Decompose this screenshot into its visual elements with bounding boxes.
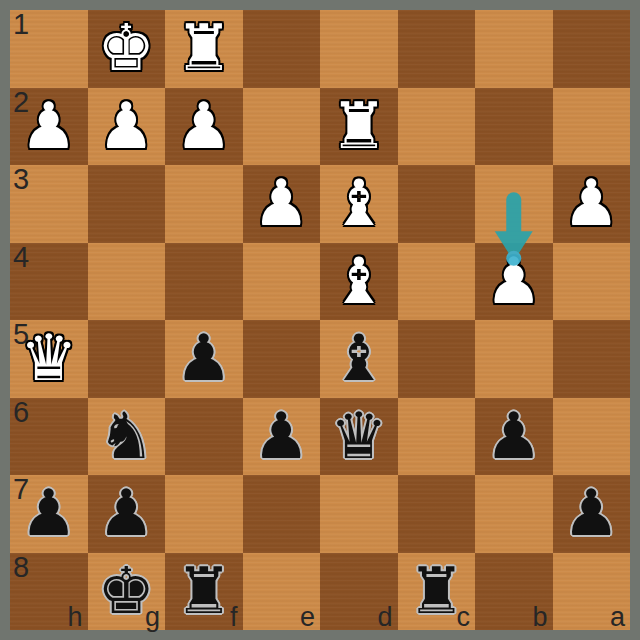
square-h6[interactable]: 6 <box>10 398 88 476</box>
black-pawn[interactable]: ♟︎ <box>175 320 232 398</box>
square-h1[interactable]: 1 <box>10 10 88 88</box>
square-h2[interactable]: 2♟︎ <box>10 88 88 166</box>
square-f1[interactable]: ♜︎ <box>165 10 243 88</box>
rank-label-2: 2 <box>13 87 29 119</box>
white-pawn[interactable]: ♟︎ <box>98 88 155 166</box>
rank-label-7: 7 <box>13 474 29 506</box>
square-b1[interactable] <box>475 10 553 88</box>
square-e1[interactable] <box>243 10 321 88</box>
square-a3[interactable]: ♟︎ <box>553 165 631 243</box>
black-pawn[interactable]: ♟︎ <box>253 398 310 476</box>
square-b6[interactable]: ♟︎ <box>475 398 553 476</box>
square-h4[interactable]: 4 <box>10 243 88 321</box>
square-c5[interactable] <box>398 320 476 398</box>
square-c7[interactable] <box>398 475 476 553</box>
black-bishop[interactable]: ♝︎ <box>330 320 387 398</box>
square-c1[interactable] <box>398 10 476 88</box>
file-label-a: a <box>610 603 625 633</box>
square-f5[interactable]: ♟︎ <box>165 320 243 398</box>
square-g6[interactable]: ♞︎ <box>88 398 166 476</box>
square-a7[interactable]: ♟︎ <box>553 475 631 553</box>
square-d4[interactable]: ♝︎ <box>320 243 398 321</box>
square-c6[interactable] <box>398 398 476 476</box>
square-d1[interactable] <box>320 10 398 88</box>
square-d6[interactable]: ♛︎ <box>320 398 398 476</box>
square-b2[interactable] <box>475 88 553 166</box>
black-pawn[interactable]: ♟︎ <box>485 398 542 476</box>
square-g7[interactable]: ♟︎ <box>88 475 166 553</box>
square-c2[interactable] <box>398 88 476 166</box>
white-rook[interactable]: ♜︎ <box>175 10 232 88</box>
rank-label-1: 1 <box>13 9 29 41</box>
square-b4[interactable]: ♟︎ <box>475 243 553 321</box>
square-d8[interactable]: d <box>320 553 398 631</box>
white-rook[interactable]: ♜︎ <box>330 88 387 166</box>
square-a6[interactable] <box>553 398 631 476</box>
square-b8[interactable]: b <box>475 553 553 631</box>
file-label-b: b <box>532 603 547 633</box>
square-g2[interactable]: ♟︎ <box>88 88 166 166</box>
rank-label-4: 4 <box>13 242 29 274</box>
black-pawn[interactable]: ♟︎ <box>563 475 620 553</box>
square-c8[interactable]: c♜︎ <box>398 553 476 631</box>
white-bishop[interactable]: ♝︎ <box>330 165 387 243</box>
square-g4[interactable] <box>88 243 166 321</box>
white-pawn[interactable]: ♟︎ <box>175 88 232 166</box>
square-a2[interactable] <box>553 88 631 166</box>
chessboard-frame: 1♚︎♜︎2♟︎♟︎♟︎♜︎3♟︎♝︎♟︎4♝︎♟︎5♛︎♟︎♝︎6♞︎♟︎♛︎… <box>0 0 640 640</box>
file-label-e: e <box>300 603 315 633</box>
square-d5[interactable]: ♝︎ <box>320 320 398 398</box>
black-rook[interactable]: ♜︎ <box>175 553 232 631</box>
square-e7[interactable] <box>243 475 321 553</box>
square-f8[interactable]: f♜︎ <box>165 553 243 631</box>
square-f4[interactable] <box>165 243 243 321</box>
file-label-f: f <box>230 603 238 633</box>
square-a5[interactable] <box>553 320 631 398</box>
square-g3[interactable] <box>88 165 166 243</box>
square-c3[interactable] <box>398 165 476 243</box>
square-g5[interactable] <box>88 320 166 398</box>
file-label-h: h <box>67 603 82 633</box>
rank-label-3: 3 <box>13 164 29 196</box>
square-b7[interactable] <box>475 475 553 553</box>
square-d2[interactable]: ♜︎ <box>320 88 398 166</box>
square-e5[interactable] <box>243 320 321 398</box>
square-e8[interactable]: e <box>243 553 321 631</box>
square-c4[interactable] <box>398 243 476 321</box>
square-f7[interactable] <box>165 475 243 553</box>
square-h3[interactable]: 3 <box>10 165 88 243</box>
square-b5[interactable] <box>475 320 553 398</box>
rank-label-5: 5 <box>13 319 29 351</box>
white-pawn[interactable]: ♟︎ <box>253 165 310 243</box>
black-knight[interactable]: ♞︎ <box>98 398 155 476</box>
square-d7[interactable] <box>320 475 398 553</box>
square-d3[interactable]: ♝︎ <box>320 165 398 243</box>
file-label-g: g <box>145 603 160 633</box>
white-king[interactable]: ♚︎ <box>98 10 155 88</box>
square-h8[interactable]: 8h <box>10 553 88 631</box>
square-f3[interactable] <box>165 165 243 243</box>
file-label-c: c <box>457 603 471 633</box>
square-h7[interactable]: 7♟︎ <box>10 475 88 553</box>
white-pawn[interactable]: ♟︎ <box>563 165 620 243</box>
white-pawn[interactable]: ♟︎ <box>485 243 542 321</box>
square-h5[interactable]: 5♛︎ <box>10 320 88 398</box>
square-f6[interactable] <box>165 398 243 476</box>
square-e4[interactable] <box>243 243 321 321</box>
chessboard: 1♚︎♜︎2♟︎♟︎♟︎♜︎3♟︎♝︎♟︎4♝︎♟︎5♛︎♟︎♝︎6♞︎♟︎♛︎… <box>10 10 630 630</box>
square-f2[interactable]: ♟︎ <box>165 88 243 166</box>
square-a4[interactable] <box>553 243 631 321</box>
square-e6[interactable]: ♟︎ <box>243 398 321 476</box>
square-e2[interactable] <box>243 88 321 166</box>
square-a8[interactable]: a <box>553 553 631 631</box>
white-bishop[interactable]: ♝︎ <box>330 243 387 321</box>
file-label-d: d <box>377 603 392 633</box>
square-e3[interactable]: ♟︎ <box>243 165 321 243</box>
square-g8[interactable]: g♚︎ <box>88 553 166 631</box>
black-queen[interactable]: ♛︎ <box>330 398 387 476</box>
square-b3[interactable] <box>475 165 553 243</box>
black-pawn[interactable]: ♟︎ <box>98 475 155 553</box>
rank-label-8: 8 <box>13 552 29 584</box>
square-a1[interactable] <box>553 10 631 88</box>
rank-label-6: 6 <box>13 397 29 429</box>
square-g1[interactable]: ♚︎ <box>88 10 166 88</box>
